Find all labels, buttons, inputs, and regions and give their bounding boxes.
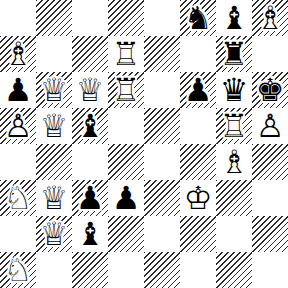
square-b2[interactable]: ♛♕ [36,216,72,252]
piece-outline: ♖ [220,107,249,145]
square-b6[interactable]: ♛♕ [36,72,72,108]
square-c3[interactable]: ♟ [72,180,108,216]
square-d5[interactable] [108,108,144,144]
piece-black-bishop: ♝ [72,108,108,144]
square-c6[interactable]: ♛♕ [72,72,108,108]
square-g5[interactable]: ♜♖ [216,108,252,144]
square-h5[interactable]: ♟♙ [252,108,288,144]
piece-outline: ♙ [256,107,285,145]
piece-white-knight: ♞♘ [0,252,36,288]
square-e8[interactable] [144,0,180,36]
square-f5[interactable] [180,108,216,144]
piece-black-pawn: ♟ [180,72,216,108]
piece-black-pawn: ♟ [0,72,36,108]
piece-white-knight: ♞♘ [0,180,36,216]
square-d7[interactable]: ♜♖ [108,36,144,72]
square-c1[interactable] [72,252,108,288]
square-e3[interactable] [144,180,180,216]
square-c4[interactable] [72,144,108,180]
square-b7[interactable] [36,36,72,72]
square-d3[interactable]: ♟ [108,180,144,216]
square-a8[interactable] [0,0,36,36]
square-a3[interactable]: ♞♘ [0,180,36,216]
piece-white-bishop: ♝♗ [0,36,36,72]
square-e6[interactable] [144,72,180,108]
square-c2[interactable]: ♝ [72,216,108,252]
piece-black-bishop: ♝ [216,0,252,36]
square-h7[interactable] [252,36,288,72]
piece-white-rook: ♜♖ [108,72,144,108]
square-g6[interactable]: ♛ [216,72,252,108]
piece-outline: ♔ [184,179,213,217]
piece-white-queen: ♛♕ [36,72,72,108]
piece-outline: ♕ [76,71,105,109]
square-f6[interactable]: ♟ [180,72,216,108]
piece-white-bishop: ♝♗ [216,144,252,180]
piece-white-king: ♚♔ [180,180,216,216]
piece-outline: ♕ [40,215,69,253]
chess-board: ♞♝♝♗♝♗♜♖♜♟♛♕♛♕♜♖♟♛♚♟♙♛♕♝♜♖♟♙♝♗♞♘♛♕♟♟♚♔♛♕… [0,0,288,288]
piece-black-rook: ♜ [216,36,252,72]
square-d4[interactable] [108,144,144,180]
piece-outline: ♘ [4,179,33,217]
square-e4[interactable] [144,144,180,180]
square-d1[interactable] [108,252,144,288]
square-b3[interactable]: ♛♕ [36,180,72,216]
square-g2[interactable] [216,216,252,252]
piece-white-rook: ♜♖ [108,36,144,72]
square-h1[interactable] [252,252,288,288]
piece-outline: ♕ [40,107,69,145]
square-f1[interactable] [180,252,216,288]
square-d8[interactable] [108,0,144,36]
square-g8[interactable]: ♝ [216,0,252,36]
piece-outline: ♘ [4,251,33,288]
piece-white-queen: ♛♕ [36,180,72,216]
piece-black-bishop: ♝ [72,216,108,252]
square-g4[interactable]: ♝♗ [216,144,252,180]
piece-black-queen: ♛ [216,72,252,108]
piece-white-queen: ♛♕ [36,108,72,144]
square-b8[interactable] [36,0,72,36]
piece-white-queen: ♛♕ [36,216,72,252]
piece-white-bishop: ♝♗ [252,0,288,36]
square-h4[interactable] [252,144,288,180]
piece-black-pawn: ♟ [72,180,108,216]
piece-outline: ♖ [112,71,141,109]
piece-outline: ♙ [4,107,33,145]
piece-black-king: ♚ [252,72,288,108]
square-a4[interactable] [0,144,36,180]
piece-outline: ♕ [40,71,69,109]
square-c5[interactable]: ♝ [72,108,108,144]
square-c8[interactable] [72,0,108,36]
piece-white-pawn: ♟♙ [252,108,288,144]
piece-black-pawn: ♟ [108,180,144,216]
square-b5[interactable]: ♛♕ [36,108,72,144]
square-f8[interactable]: ♞ [180,0,216,36]
piece-outline: ♗ [4,35,33,73]
square-d6[interactable]: ♜♖ [108,72,144,108]
square-h8[interactable]: ♝♗ [252,0,288,36]
piece-white-queen: ♛♕ [72,72,108,108]
square-f2[interactable] [180,216,216,252]
piece-outline: ♖ [112,35,141,73]
square-a1[interactable]: ♞♘ [0,252,36,288]
square-g7[interactable]: ♜ [216,36,252,72]
square-a2[interactable] [0,216,36,252]
square-e5[interactable] [144,108,180,144]
square-h3[interactable] [252,180,288,216]
square-e1[interactable] [144,252,180,288]
piece-white-rook: ♜♖ [216,108,252,144]
square-b4[interactable] [36,144,72,180]
square-b1[interactable] [36,252,72,288]
square-f3[interactable]: ♚♔ [180,180,216,216]
square-a5[interactable]: ♟♙ [0,108,36,144]
piece-outline: ♕ [40,179,69,217]
piece-white-pawn: ♟♙ [0,108,36,144]
piece-outline: ♗ [220,143,249,181]
square-f4[interactable] [180,144,216,180]
piece-outline: ♗ [256,0,285,37]
square-c7[interactable] [72,36,108,72]
square-g1[interactable] [216,252,252,288]
piece-black-knight: ♞ [180,0,216,36]
square-e2[interactable] [144,216,180,252]
square-e7[interactable] [144,36,180,72]
square-a6[interactable]: ♟ [0,72,36,108]
square-h2[interactable] [252,216,288,252]
square-f7[interactable] [180,36,216,72]
square-a7[interactable]: ♝♗ [0,36,36,72]
square-g3[interactable] [216,180,252,216]
square-d2[interactable] [108,216,144,252]
square-h6[interactable]: ♚ [252,72,288,108]
